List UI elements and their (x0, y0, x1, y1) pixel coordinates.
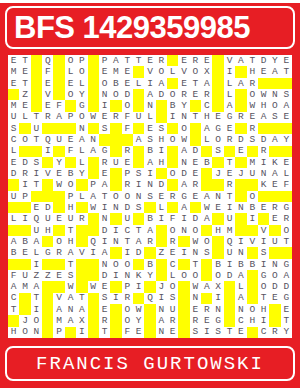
grid-letter-cell: G (212, 315, 223, 326)
grid-letter-cell: O (167, 281, 178, 292)
grid-letter-cell: C (235, 315, 246, 326)
grid-block-cell (190, 202, 201, 213)
grid-letter-cell: F (122, 112, 133, 123)
grid-block-cell (65, 123, 76, 134)
grid-letter-cell: B (201, 157, 212, 168)
grid-letter-cell: O (99, 78, 110, 89)
grid-block-cell (19, 293, 30, 304)
grid-letter-cell: E (144, 55, 155, 66)
grid-letter-cell: X (201, 66, 212, 77)
grid-block-cell (53, 89, 64, 100)
grid-letter-cell: I (99, 202, 110, 213)
grid-letter-cell: T (281, 66, 292, 77)
grid-letter-cell: N (76, 123, 87, 134)
grid-letter-cell: F (65, 146, 76, 157)
grid-letter-cell: U (133, 112, 144, 123)
grid-letter-cell: T (31, 134, 42, 145)
grid-block-cell (258, 78, 269, 89)
grid-letter-cell: I (178, 247, 189, 258)
grid-block-cell (42, 157, 53, 168)
grid-letter-cell: H (212, 225, 223, 236)
grid-block-cell (110, 146, 121, 157)
grid-letter-cell: R (99, 315, 110, 326)
grid-letter-cell: O (31, 315, 42, 326)
grid-block-cell (178, 281, 189, 292)
grid-block-cell (281, 247, 292, 258)
grid-letter-cell: Y (53, 157, 64, 168)
grid-block-cell (110, 123, 121, 134)
grid-letter-cell: E (99, 304, 110, 315)
grid-letter-cell: B (144, 146, 155, 157)
grid-letter-cell: R (258, 146, 269, 157)
grid-block-cell (42, 327, 53, 338)
grid-letter-cell: V (76, 247, 87, 258)
grid-letter-cell: Y (281, 134, 292, 145)
grid-block-cell (212, 66, 223, 77)
grid-letter-cell: W (88, 202, 99, 213)
grid-letter-cell: W (178, 134, 189, 145)
grid-letter-cell: E (190, 304, 201, 315)
grid-letter-cell: E (99, 112, 110, 123)
grid-letter-cell: S (144, 134, 155, 145)
grid-letter-cell: T (224, 327, 235, 338)
grid-letter-cell: I (156, 146, 167, 157)
grid-letter-cell: I (110, 270, 121, 281)
grid-letter-cell: V (178, 66, 189, 77)
grid-letter-cell: Z (31, 270, 42, 281)
grid-block-cell (65, 327, 76, 338)
grid-letter-cell: N (144, 100, 155, 111)
grid-block-cell (167, 157, 178, 168)
grid-letter-cell: M (53, 315, 64, 326)
grid-letter-cell: O (201, 236, 212, 247)
grid-block-cell (201, 179, 212, 190)
grid-block-cell (156, 236, 167, 247)
grid-block-cell (19, 146, 30, 157)
grid-letter-cell: Y (281, 327, 292, 338)
grid-letter-cell: S (212, 146, 223, 157)
grid-letter-cell: U (53, 134, 64, 145)
grid-block-cell (88, 66, 99, 77)
grid-letter-cell: U (110, 157, 121, 168)
grid-letter-cell: I (110, 225, 121, 236)
grid-letter-cell: E (224, 123, 235, 134)
grid-letter-cell: R (76, 213, 87, 224)
grid-letter-cell: I (122, 247, 133, 258)
grid-block-cell (31, 146, 42, 157)
grid-letter-cell: A (76, 134, 87, 145)
page-title: BFS 1429359985 (7, 10, 250, 46)
grid-letter-cell: A (178, 146, 189, 157)
grid-block-cell (8, 179, 19, 190)
grid-letter-cell: R (110, 112, 121, 123)
grid-letter-cell: G (76, 100, 87, 111)
grid-letter-cell: B (19, 236, 30, 247)
grid-block-cell (235, 157, 246, 168)
grid-block-cell (53, 55, 64, 66)
grid-letter-cell: T (258, 293, 269, 304)
grid-letter-cell: B (110, 78, 121, 89)
grid-letter-cell: F (42, 66, 53, 77)
grid-letter-cell: E (99, 281, 110, 292)
grid-letter-cell: T (281, 315, 292, 326)
grid-letter-cell: O (110, 259, 121, 270)
grid-block-cell (110, 100, 121, 111)
grid-letter-cell: E (201, 55, 212, 66)
grid-block-cell (133, 89, 144, 100)
grid-block-cell (53, 123, 64, 134)
grid-block-cell (76, 270, 87, 281)
grid-block-cell (8, 259, 19, 270)
grid-block-cell (76, 225, 87, 236)
grid-letter-cell: U (247, 168, 258, 179)
grid-letter-cell: D (42, 202, 53, 213)
grid-letter-cell: C (167, 259, 178, 270)
grid-letter-cell: E (190, 168, 201, 179)
grid-letter-cell: U (42, 213, 53, 224)
grid-letter-cell: S (281, 89, 292, 100)
grid-letter-cell: S (190, 327, 201, 338)
grid-block-cell (167, 123, 178, 134)
grid-letter-cell: E (178, 78, 189, 89)
grid-letter-cell: R (122, 146, 133, 157)
grid-letter-cell: A (201, 191, 212, 202)
grid-letter-cell: I (99, 100, 110, 111)
grid-block-cell (269, 247, 280, 258)
grid-letter-cell: N (235, 202, 246, 213)
grid-letter-cell: A (235, 270, 246, 281)
grid-letter-cell: X (76, 315, 87, 326)
grid-letter-cell: O (122, 304, 133, 315)
grid-letter-cell: R (156, 55, 167, 66)
grid-letter-cell: E (235, 327, 246, 338)
grid-letter-cell: O (212, 270, 223, 281)
grid-letter-cell: S (201, 247, 212, 258)
grid-letter-cell: S (99, 123, 110, 134)
grid-block-cell (42, 123, 53, 134)
grid-letter-cell: E (53, 270, 64, 281)
grid-letter-cell: R (224, 134, 235, 145)
grid-letter-cell: I (178, 213, 189, 224)
grid-letter-cell: T (281, 236, 292, 247)
grid-letter-cell: T (122, 236, 133, 247)
grid-letter-cell: C (122, 225, 133, 236)
grid-letter-cell: T (133, 225, 144, 236)
grid-block-cell (88, 123, 99, 134)
grid-block-cell (247, 179, 258, 190)
grid-letter-cell: E (31, 202, 42, 213)
grid-block-cell (190, 123, 201, 134)
grid-letter-cell: T (133, 55, 144, 66)
grid-letter-cell: A (8, 281, 19, 292)
grid-letter-cell: E (144, 123, 155, 134)
grid-block-cell (53, 281, 64, 292)
grid-letter-cell: L (281, 168, 292, 179)
grid-letter-cell: P (65, 191, 76, 202)
grid-letter-cell: I (258, 315, 269, 326)
grid-letter-cell: D (190, 146, 201, 157)
grid-block-cell (110, 327, 121, 338)
grid-letter-cell: G (258, 270, 269, 281)
grid-block-cell (133, 259, 144, 270)
grid-block-cell (201, 225, 212, 236)
grid-letter-cell: B (247, 259, 258, 270)
grid-letter-cell: E (224, 168, 235, 179)
grid-letter-cell: T (224, 191, 235, 202)
grid-block-cell (235, 89, 246, 100)
grid-letter-cell: G (212, 123, 223, 134)
author-box: FRANCIS GURTOWSKI (5, 346, 295, 381)
grid-letter-cell: U (269, 236, 280, 247)
grid-letter-cell: N (88, 134, 99, 145)
grid-block-cell (110, 247, 121, 258)
grid-letter-cell: A (65, 315, 76, 326)
grid-letter-cell: S (8, 123, 19, 134)
grid-letter-cell: E (281, 55, 292, 66)
grid-letter-cell: P (53, 327, 64, 338)
grid-letter-cell: V (53, 293, 64, 304)
grid-letter-cell: L (224, 89, 235, 100)
grid-letter-cell: O (167, 168, 178, 179)
grid-letter-cell: R (19, 168, 30, 179)
grid-letter-cell: T (65, 259, 76, 270)
grid-letter-cell: L (76, 78, 87, 89)
grid-block-cell (133, 293, 144, 304)
grid-block-cell (281, 191, 292, 202)
grid-letter-cell: V (144, 66, 155, 77)
grid-letter-cell: E (53, 213, 64, 224)
grid-letter-cell: J (156, 281, 167, 292)
grid-letter-cell: P (122, 281, 133, 292)
grid-letter-cell: U (224, 247, 235, 258)
grid-block-cell (88, 55, 99, 66)
grid-letter-cell: E (258, 66, 269, 77)
grid-letter-cell: D (258, 134, 269, 145)
grid-letter-cell: E (269, 293, 280, 304)
grid-letter-cell: N (190, 247, 201, 258)
grid-letter-cell: N (99, 89, 110, 100)
grid-letter-cell: R (190, 55, 201, 66)
grid-letter-cell: G (281, 259, 292, 270)
grid-letter-cell: E (269, 213, 280, 224)
grid-block-cell (88, 100, 99, 111)
grid-letter-cell: R (190, 179, 201, 190)
grid-letter-cell: G (224, 112, 235, 123)
grid-letter-cell: U (31, 123, 42, 134)
grid-letter-cell: O (247, 89, 258, 100)
grid-block-cell (167, 78, 178, 89)
puzzle-grid: ETQOPPATTEREREVATDYEMEFLOEMEVOLVOXIHEATE… (8, 55, 292, 338)
grid-letter-cell: A (156, 78, 167, 89)
grid-letter-cell: S (144, 191, 155, 202)
grid-letter-cell: D (99, 270, 110, 281)
grid-block-cell (19, 225, 30, 236)
grid-block-cell (144, 202, 155, 213)
grid-letter-cell: S (247, 134, 258, 145)
grid-block-cell (258, 213, 269, 224)
grid-block-cell (212, 213, 223, 224)
grid-letter-cell: V (42, 168, 53, 179)
grid-letter-cell: S (212, 327, 223, 338)
grid-letter-cell: Y (178, 100, 189, 111)
grid-block-cell (42, 179, 53, 190)
grid-letter-cell: E (53, 168, 64, 179)
grid-letter-cell: L (201, 134, 212, 145)
grid-letter-cell: O (110, 89, 121, 100)
grid-letter-cell: Z (19, 89, 30, 100)
grid-letter-cell: N (235, 247, 246, 258)
grid-letter-cell: U (167, 304, 178, 315)
grid-letter-cell: N (110, 236, 121, 247)
grid-block-cell (281, 146, 292, 157)
grid-block-cell (133, 146, 144, 157)
grid-block-cell (212, 179, 223, 190)
grid-letter-cell: I (110, 293, 121, 304)
grid-block-cell (53, 191, 64, 202)
grid-block-cell (167, 202, 178, 213)
grid-block-cell (212, 78, 223, 89)
grid-letter-cell: O (212, 134, 223, 145)
grid-letter-cell: H (65, 236, 76, 247)
grid-letter-cell: E (42, 78, 53, 89)
grid-letter-cell: Y (76, 89, 87, 100)
grid-letter-cell: A (269, 66, 280, 77)
grid-block-cell (53, 66, 64, 77)
grid-letter-cell: S (99, 293, 110, 304)
grid-letter-cell: N (65, 304, 76, 315)
grid-letter-cell: T (122, 55, 133, 66)
grid-block-cell (212, 247, 223, 258)
grid-letter-cell: U (8, 112, 19, 123)
grid-letter-cell: D (281, 281, 292, 292)
grid-letter-cell: L (133, 78, 144, 89)
grid-letter-cell: H (201, 112, 212, 123)
grid-letter-cell: O (247, 191, 258, 202)
grid-letter-cell: O (65, 55, 76, 66)
grid-letter-cell: I (247, 213, 258, 224)
grid-letter-cell: S (133, 168, 144, 179)
grid-letter-cell: M (247, 157, 258, 168)
grid-letter-cell: D (235, 134, 246, 145)
grid-letter-cell: A (144, 89, 155, 100)
grid-block-cell (31, 55, 42, 66)
grid-letter-cell: D (122, 202, 133, 213)
grid-block-cell (156, 259, 167, 270)
grid-block-cell (53, 259, 64, 270)
grid-letter-cell: S (269, 112, 280, 123)
grid-letter-cell: M (110, 66, 121, 77)
grid-letter-cell: R (201, 89, 212, 100)
grid-letter-cell: A (53, 304, 64, 315)
grid-letter-cell: N (235, 304, 246, 315)
grid-letter-cell: N (178, 112, 189, 123)
grid-letter-cell: E (133, 327, 144, 338)
grid-block-cell (76, 236, 87, 247)
grid-letter-cell: A (178, 179, 189, 190)
grid-letter-cell: T (190, 78, 201, 89)
grid-letter-cell: I (156, 213, 167, 224)
grid-block-cell (235, 225, 246, 236)
grid-block-cell (110, 134, 121, 145)
grid-letter-cell: R (247, 78, 258, 89)
grid-letter-cell: A (201, 78, 212, 89)
grid-letter-cell: E (212, 202, 223, 213)
grid-letter-cell: L (65, 66, 76, 77)
grid-letter-cell: E (212, 112, 223, 123)
grid-letter-cell: Y (144, 270, 155, 281)
grid-block-cell (8, 202, 19, 213)
grid-block-cell (8, 225, 19, 236)
grid-block-cell (269, 225, 280, 236)
grid-letter-cell: P (88, 179, 99, 190)
grid-letter-cell: N (99, 213, 110, 224)
grid-letter-cell: T (19, 55, 30, 66)
grid-letter-cell: L (224, 78, 235, 89)
grid-block-cell (31, 66, 42, 77)
grid-block-cell (190, 134, 201, 145)
grid-block-cell (42, 293, 53, 304)
grid-letter-cell: E (19, 100, 30, 111)
grid-letter-cell: I (235, 236, 246, 247)
grid-letter-cell: I (133, 179, 144, 190)
grid-letter-cell: C (258, 327, 269, 338)
grid-block-cell (122, 134, 133, 145)
grid-letter-cell: O (53, 236, 64, 247)
grid-letter-cell: R (269, 327, 280, 338)
grid-block-cell (269, 315, 280, 326)
grid-letter-cell: L (167, 66, 178, 77)
grid-letter-cell: B (235, 259, 246, 270)
grid-letter-cell: E (167, 247, 178, 258)
grid-letter-cell: O (156, 66, 167, 77)
grid-letter-cell: N (269, 259, 280, 270)
grid-letter-cell: E (178, 55, 189, 66)
grid-letter-cell: I (224, 259, 235, 270)
grid-block-cell (156, 168, 167, 179)
grid-block-cell (133, 213, 144, 224)
title-box: BFS 1429359985 (5, 6, 295, 49)
grid-letter-cell: R (224, 179, 235, 190)
grid-letter-cell: J (212, 168, 223, 179)
grid-block-cell (224, 315, 235, 326)
grid-letter-cell: V (258, 225, 269, 236)
grid-letter-cell: Q (224, 236, 235, 247)
grid-letter-cell: A (235, 293, 246, 304)
grid-letter-cell: D (178, 168, 189, 179)
grid-block-cell (212, 236, 223, 247)
grid-letter-cell: N (156, 327, 167, 338)
grid-letter-cell: A (65, 293, 76, 304)
grid-letter-cell: O (122, 315, 133, 326)
grid-letter-cell: N (133, 191, 144, 202)
grid-letter-cell: F (281, 179, 292, 190)
grid-block-cell (156, 112, 167, 123)
grid-letter-cell: E (99, 168, 110, 179)
grid-letter-cell: S (65, 270, 76, 281)
grid-letter-cell: H (65, 202, 76, 213)
grid-block-cell (178, 293, 189, 304)
grid-letter-cell: O (190, 270, 201, 281)
grid-letter-cell: E (190, 191, 201, 202)
grid-letter-cell: J (19, 315, 30, 326)
grid-letter-cell: K (258, 179, 269, 190)
grid-block-cell (156, 225, 167, 236)
grid-letter-cell: T (76, 293, 87, 304)
grid-letter-cell: I (156, 293, 167, 304)
grid-letter-cell: D (224, 270, 235, 281)
grid-letter-cell: V (224, 55, 235, 66)
grid-block-cell (178, 304, 189, 315)
